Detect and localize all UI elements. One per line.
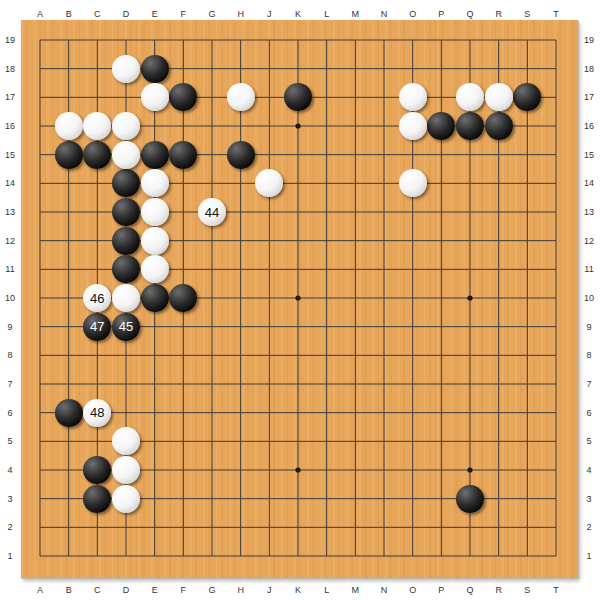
col-label-bottom-L: L (318, 584, 336, 596)
col-label-bottom-A: A (31, 584, 49, 596)
row-label-right-1: 1 (580, 550, 598, 562)
col-label-top-E: E (146, 8, 164, 20)
row-label-left-2: 2 (1, 521, 19, 533)
col-label-top-A: A (31, 8, 49, 20)
col-label-top-T: T (547, 8, 565, 20)
col-label-bottom-M: M (346, 584, 364, 596)
row-label-right-17: 17 (580, 91, 598, 103)
stone-white-H17 (227, 83, 255, 111)
stone-black-F15 (169, 141, 197, 169)
row-label-left-7: 7 (1, 378, 19, 390)
row-label-left-13: 13 (1, 206, 19, 218)
row-label-right-14: 14 (580, 177, 598, 189)
row-label-left-15: 15 (1, 149, 19, 161)
move-number-44: 44 (205, 206, 219, 219)
stone-black-D9: 45 (112, 313, 140, 341)
stone-white-E17 (141, 83, 169, 111)
move-number-46: 46 (90, 292, 104, 305)
col-label-top-P: P (432, 8, 450, 20)
col-label-bottom-B: B (60, 584, 78, 596)
stone-white-O17 (399, 83, 427, 111)
col-label-top-Q: Q (461, 8, 479, 20)
row-label-left-5: 5 (1, 435, 19, 447)
stone-white-E13 (141, 198, 169, 226)
stone-white-O14 (399, 169, 427, 197)
row-label-right-12: 12 (580, 235, 598, 247)
row-label-left-19: 19 (1, 34, 19, 46)
row-label-left-4: 4 (1, 464, 19, 476)
col-label-top-D: D (117, 8, 135, 20)
col-label-bottom-Q: Q (461, 584, 479, 596)
col-label-bottom-T: T (547, 584, 565, 596)
stone-black-B6 (55, 399, 83, 427)
row-label-right-11: 11 (580, 263, 598, 275)
col-label-top-H: H (232, 8, 250, 20)
row-label-left-11: 11 (1, 263, 19, 275)
stone-white-D10 (112, 284, 140, 312)
col-label-top-F: F (174, 8, 192, 20)
row-label-left-6: 6 (1, 407, 19, 419)
stone-black-E15 (141, 141, 169, 169)
row-label-left-8: 8 (1, 349, 19, 361)
col-label-bottom-J: J (260, 584, 278, 596)
col-label-top-C: C (88, 8, 106, 20)
col-label-top-R: R (490, 8, 508, 20)
col-label-top-N: N (375, 8, 393, 20)
col-label-bottom-G: G (203, 584, 221, 596)
stone-white-E14 (141, 169, 169, 197)
col-label-top-L: L (318, 8, 336, 20)
go-diagram: 4745444648 AABBCCDDEEFFGGHHJJKKLLMMNNOOP… (0, 0, 600, 600)
row-label-right-19: 19 (580, 34, 598, 46)
col-label-bottom-R: R (490, 584, 508, 596)
col-label-bottom-S: S (518, 584, 536, 596)
col-label-top-B: B (60, 8, 78, 20)
row-label-left-12: 12 (1, 235, 19, 247)
row-label-right-13: 13 (580, 206, 598, 218)
col-label-bottom-C: C (88, 584, 106, 596)
row-label-left-17: 17 (1, 91, 19, 103)
row-label-right-7: 7 (580, 378, 598, 390)
col-label-top-M: M (346, 8, 364, 20)
stone-black-Q3 (456, 485, 484, 513)
stone-black-Q16 (456, 112, 484, 140)
stone-white-O16 (399, 112, 427, 140)
stone-black-D12 (112, 227, 140, 255)
stone-black-C15 (83, 141, 111, 169)
stone-black-R16 (485, 112, 513, 140)
row-label-left-18: 18 (1, 63, 19, 75)
stone-white-D15 (112, 141, 140, 169)
col-label-bottom-P: P (432, 584, 450, 596)
move-number-45: 45 (119, 320, 133, 333)
stone-white-D4 (112, 456, 140, 484)
row-label-left-16: 16 (1, 120, 19, 132)
col-label-bottom-H: H (232, 584, 250, 596)
row-label-right-18: 18 (580, 63, 598, 75)
col-label-top-K: K (289, 8, 307, 20)
row-label-right-9: 9 (580, 321, 598, 333)
col-label-top-O: O (404, 8, 422, 20)
col-label-bottom-F: F (174, 584, 192, 596)
row-label-right-5: 5 (580, 435, 598, 447)
stone-black-C3 (83, 485, 111, 513)
stone-white-B16 (55, 112, 83, 140)
row-label-left-3: 3 (1, 493, 19, 505)
row-label-right-4: 4 (580, 464, 598, 476)
col-label-top-S: S (518, 8, 536, 20)
row-label-left-14: 14 (1, 177, 19, 189)
stone-white-G13: 44 (198, 198, 226, 226)
stone-white-E12 (141, 227, 169, 255)
stone-white-D3 (112, 485, 140, 513)
stone-black-E18 (141, 55, 169, 83)
stone-black-C9: 47 (83, 313, 111, 341)
row-label-right-8: 8 (580, 349, 598, 361)
col-label-top-J: J (260, 8, 278, 20)
move-number-48: 48 (90, 406, 104, 419)
row-label-left-10: 10 (1, 292, 19, 304)
col-label-top-G: G (203, 8, 221, 20)
row-label-right-2: 2 (580, 521, 598, 533)
row-label-left-1: 1 (1, 550, 19, 562)
stone-white-E11 (141, 255, 169, 283)
row-label-right-15: 15 (580, 149, 598, 161)
row-label-right-3: 3 (580, 493, 598, 505)
col-label-bottom-K: K (289, 584, 307, 596)
row-label-left-9: 9 (1, 321, 19, 333)
stone-black-H15 (227, 141, 255, 169)
stone-black-D13 (112, 198, 140, 226)
stone-white-C6: 48 (83, 399, 111, 427)
row-label-right-10: 10 (580, 292, 598, 304)
stone-white-D16 (112, 112, 140, 140)
row-label-right-6: 6 (580, 407, 598, 419)
stone-black-E10 (141, 284, 169, 312)
col-label-bottom-E: E (146, 584, 164, 596)
col-label-bottom-N: N (375, 584, 393, 596)
row-label-right-16: 16 (580, 120, 598, 132)
move-number-47: 47 (90, 320, 104, 333)
col-label-bottom-D: D (117, 584, 135, 596)
col-label-bottom-O: O (404, 584, 422, 596)
stone-black-B15 (55, 141, 83, 169)
stone-white-D18 (112, 55, 140, 83)
stone-white-R17 (485, 83, 513, 111)
